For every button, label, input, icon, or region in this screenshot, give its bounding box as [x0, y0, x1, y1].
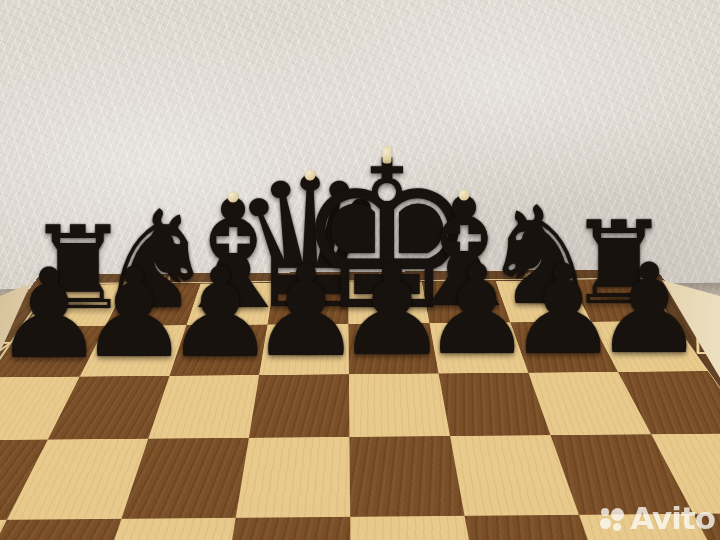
- watermark-text: Avito: [630, 503, 715, 534]
- avito-logo-icon: [600, 506, 625, 531]
- pieces-layer: ♜♞♝♛♚♝♞♜♟♟♟♟♟♟♟♟: [0, 0, 720, 540]
- cream-finial-knob: [383, 147, 392, 164]
- watermark: Avito: [600, 503, 715, 534]
- cream-finial-ball: [459, 190, 470, 201]
- chess-photo-scene: 7676абвгдежз ♜♞♝♛♚♝♞♜♟♟♟♟♟♟♟♟ Avito: [0, 0, 720, 540]
- pawn-glyph: ♟: [593, 247, 704, 371]
